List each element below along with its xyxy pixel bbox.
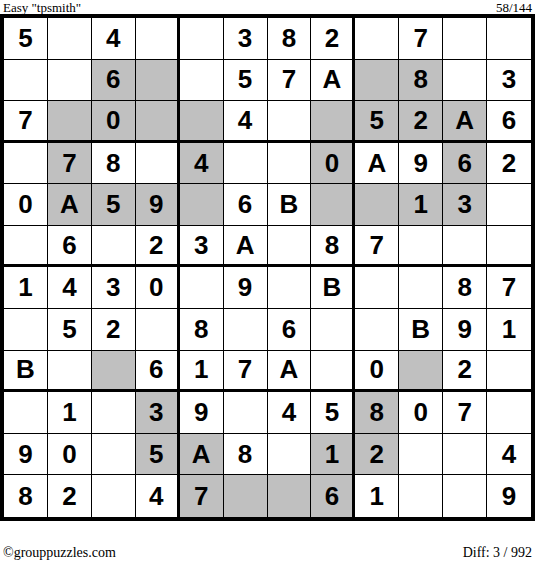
cell-r6c12[interactable] — [487, 226, 531, 268]
cell-r5c5[interactable] — [180, 184, 224, 226]
puzzle-title: Easy "tpsmith" — [3, 1, 81, 14]
cell-r6c6: A — [224, 226, 268, 268]
cell-r5c10: 1 — [399, 184, 443, 226]
cell-r10c7: 4 — [268, 392, 312, 434]
cell-r3c6: 4 — [224, 101, 268, 143]
cell-r8c7: 6 — [268, 309, 312, 351]
cell-r11c7[interactable] — [268, 434, 312, 476]
cell-r5c12[interactable] — [487, 184, 531, 226]
cell-r8c6[interactable] — [224, 309, 268, 351]
cell-r7c9[interactable] — [355, 267, 399, 309]
cell-r7c6: 9 — [224, 267, 268, 309]
cell-r5c9[interactable] — [355, 184, 399, 226]
cell-r8c10: B — [399, 309, 443, 351]
cell-r6c5: 3 — [180, 226, 224, 268]
cell-r12c3[interactable] — [92, 475, 136, 517]
cell-r4c4[interactable] — [136, 143, 180, 185]
cell-r7c4: 0 — [136, 267, 180, 309]
cell-r2c2[interactable] — [48, 60, 92, 102]
cell-r5c4: 9 — [136, 184, 180, 226]
cell-r4c12: 2 — [487, 143, 531, 185]
cell-r8c12: 1 — [487, 309, 531, 351]
cell-r7c7[interactable] — [268, 267, 312, 309]
cell-r1c12[interactable] — [487, 18, 531, 60]
cell-r7c2: 4 — [48, 267, 92, 309]
cell-r8c2: 5 — [48, 309, 92, 351]
cell-r11c4: 5 — [136, 434, 180, 476]
cell-r5c7: B — [268, 184, 312, 226]
cell-r3c5[interactable] — [180, 101, 224, 143]
cell-r9c8[interactable] — [311, 351, 355, 393]
cell-r8c4[interactable] — [136, 309, 180, 351]
cell-r1c7: 8 — [268, 18, 312, 60]
cell-r5c8[interactable] — [311, 184, 355, 226]
cell-r2c1[interactable] — [4, 60, 48, 102]
cell-r4c5: 4 — [180, 143, 224, 185]
cell-r3c12: 6 — [487, 101, 531, 143]
cell-r3c2[interactable] — [48, 101, 92, 143]
cell-r9c3[interactable] — [92, 351, 136, 393]
cell-r3c9: 5 — [355, 101, 399, 143]
cell-r2c7: 7 — [268, 60, 312, 102]
header: Easy "tpsmith" 58/144 — [0, 0, 535, 14]
cell-r11c3[interactable] — [92, 434, 136, 476]
cell-r4c6[interactable] — [224, 143, 268, 185]
cell-r3c11: A — [443, 101, 487, 143]
cell-r8c1[interactable] — [4, 309, 48, 351]
cell-r4c7[interactable] — [268, 143, 312, 185]
cell-r6c10[interactable] — [399, 226, 443, 268]
cell-r7c3: 3 — [92, 267, 136, 309]
cell-r12c12: 9 — [487, 475, 531, 517]
cell-r3c3: 0 — [92, 101, 136, 143]
cell-r12c9: 1 — [355, 475, 399, 517]
cell-r8c8[interactable] — [311, 309, 355, 351]
cell-r5c1: 0 — [4, 184, 48, 226]
cell-r2c8: A — [311, 60, 355, 102]
copyright-text: ©grouppuzzles.com — [3, 545, 116, 561]
cell-r10c1[interactable] — [4, 392, 48, 434]
cell-r12c10[interactable] — [399, 475, 443, 517]
cell-r9c11: 2 — [443, 351, 487, 393]
cell-r1c10: 7 — [399, 18, 443, 60]
cell-r11c9: 2 — [355, 434, 399, 476]
cell-r2c9[interactable] — [355, 60, 399, 102]
cell-r9c5: 1 — [180, 351, 224, 393]
cell-r7c1: 1 — [4, 267, 48, 309]
cell-r10c3[interactable] — [92, 392, 136, 434]
cell-r4c8: 0 — [311, 143, 355, 185]
cell-r2c4[interactable] — [136, 60, 180, 102]
cell-r12c11[interactable] — [443, 475, 487, 517]
cell-r10c4: 3 — [136, 392, 180, 434]
cell-r8c9[interactable] — [355, 309, 399, 351]
cell-r2c12: 3 — [487, 60, 531, 102]
cell-r6c1[interactable] — [4, 226, 48, 268]
cell-r8c3: 2 — [92, 309, 136, 351]
cell-r3c10: 2 — [399, 101, 443, 143]
cell-r1c11[interactable] — [443, 18, 487, 60]
blank-cells-counter: 58/144 — [496, 1, 532, 14]
cell-r11c10[interactable] — [399, 434, 443, 476]
cell-r1c8: 2 — [311, 18, 355, 60]
footer: ©grouppuzzles.com Diff: 3 / 992 — [0, 545, 535, 561]
cell-r10c11: 7 — [443, 392, 487, 434]
cell-r9c6: 7 — [224, 351, 268, 393]
cell-r9c10[interactable] — [399, 351, 443, 393]
cell-r7c10[interactable] — [399, 267, 443, 309]
cell-r7c11: 8 — [443, 267, 487, 309]
cell-r9c2[interactable] — [48, 351, 92, 393]
cell-r7c5[interactable] — [180, 267, 224, 309]
cell-r12c6[interactable] — [224, 475, 268, 517]
cell-r10c9: 8 — [355, 392, 399, 434]
cell-r9c1: B — [4, 351, 48, 393]
cell-r9c9: 0 — [355, 351, 399, 393]
cell-r3c7[interactable] — [268, 101, 312, 143]
cell-r1c5[interactable] — [180, 18, 224, 60]
cell-r6c8: 8 — [311, 226, 355, 268]
cell-r6c2: 6 — [48, 226, 92, 268]
cell-r2c5[interactable] — [180, 60, 224, 102]
cell-r6c9: 7 — [355, 226, 399, 268]
cell-r1c4[interactable] — [136, 18, 180, 60]
cell-r2c6: 5 — [224, 60, 268, 102]
cell-r2c3: 6 — [92, 60, 136, 102]
cell-r6c7[interactable] — [268, 226, 312, 268]
cell-r9c12[interactable] — [487, 351, 531, 393]
cell-r12c7[interactable] — [268, 475, 312, 517]
cell-r4c9: A — [355, 143, 399, 185]
cell-r12c8: 6 — [311, 475, 355, 517]
cell-r8c5: 8 — [180, 309, 224, 351]
cell-r11c2: 0 — [48, 434, 92, 476]
cell-r4c11: 6 — [443, 143, 487, 185]
cell-r5c11: 3 — [443, 184, 487, 226]
sudoku-grid: 543827657A8370452A67840A9620A596B13623A8… — [0, 14, 535, 521]
cell-r12c2: 2 — [48, 475, 92, 517]
cell-r2c10: 8 — [399, 60, 443, 102]
cell-r3c1: 7 — [4, 101, 48, 143]
cell-r4c2: 7 — [48, 143, 92, 185]
cell-r12c4: 4 — [136, 475, 180, 517]
cell-r5c2: A — [48, 184, 92, 226]
cell-r7c8: B — [311, 267, 355, 309]
cell-r1c1: 5 — [4, 18, 48, 60]
cell-r12c5: 7 — [180, 475, 224, 517]
cell-r9c4: 6 — [136, 351, 180, 393]
cell-r11c5: A — [180, 434, 224, 476]
cell-r1c9[interactable] — [355, 18, 399, 60]
cell-r3c4[interactable] — [136, 101, 180, 143]
cell-r5c6: 6 — [224, 184, 268, 226]
cell-r9c7: A — [268, 351, 312, 393]
cell-r11c11[interactable] — [443, 434, 487, 476]
cell-r10c5: 9 — [180, 392, 224, 434]
cell-r5c3: 5 — [92, 184, 136, 226]
cell-r8c11: 9 — [443, 309, 487, 351]
cell-r10c8: 5 — [311, 392, 355, 434]
cell-r10c12[interactable] — [487, 392, 531, 434]
cell-r10c6[interactable] — [224, 392, 268, 434]
cell-r4c3: 8 — [92, 143, 136, 185]
cell-r6c11[interactable] — [443, 226, 487, 268]
cell-r11c8: 1 — [311, 434, 355, 476]
cell-r3c8[interactable] — [311, 101, 355, 143]
cell-r1c3: 4 — [92, 18, 136, 60]
cell-r1c6: 3 — [224, 18, 268, 60]
cell-r7c12: 7 — [487, 267, 531, 309]
cell-r12c1: 8 — [4, 475, 48, 517]
cell-r4c10: 9 — [399, 143, 443, 185]
cell-r11c1: 9 — [4, 434, 48, 476]
cell-r10c10: 0 — [399, 392, 443, 434]
cell-r11c12: 4 — [487, 434, 531, 476]
cell-r6c3[interactable] — [92, 226, 136, 268]
cell-r2c11[interactable] — [443, 60, 487, 102]
cell-r4c1[interactable] — [4, 143, 48, 185]
cell-r11c6: 8 — [224, 434, 268, 476]
cell-r10c2: 1 — [48, 392, 92, 434]
cell-r6c4: 2 — [136, 226, 180, 268]
difficulty-text: Diff: 3 / 992 — [463, 545, 532, 561]
cell-r1c2[interactable] — [48, 18, 92, 60]
